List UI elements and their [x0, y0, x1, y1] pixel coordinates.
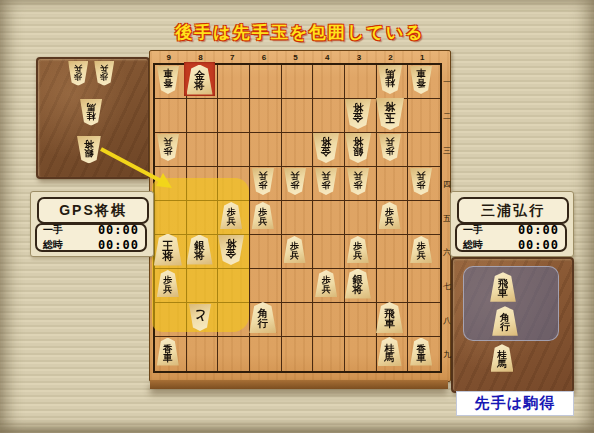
file-label: 1	[406, 52, 438, 63]
board-cell	[282, 65, 314, 99]
commentary-title: 後手は先手玉を包囲している	[140, 21, 460, 44]
rank-label: 七	[442, 269, 452, 303]
board-cell	[218, 133, 250, 167]
board-cell	[408, 133, 440, 167]
board-cell	[313, 65, 345, 99]
board-cell	[313, 201, 345, 235]
board-cell	[250, 337, 282, 371]
board-cell	[282, 99, 314, 133]
board-cell	[377, 269, 409, 303]
board-cell	[345, 337, 377, 371]
board-cell	[345, 201, 377, 235]
player-panel-left: GPS将棋 一手 00:00 総時 00:00	[30, 191, 154, 257]
board-cell	[408, 201, 440, 235]
clock-row: 総時 00:00	[463, 238, 559, 252]
rank-label: 八	[442, 303, 452, 337]
move-time-label: 一手	[43, 223, 63, 237]
move-time-value: 00:00	[518, 223, 559, 237]
file-label: 6	[248, 52, 280, 63]
board-cell	[313, 235, 345, 269]
board-cell	[282, 201, 314, 235]
player-name-right: 三浦弘行	[457, 197, 569, 224]
move-time-label: 一手	[463, 223, 483, 237]
player-panel-right: 三浦弘行 一手 00:00 総時 00:00	[450, 191, 574, 257]
board-cell	[250, 269, 282, 303]
board-cell	[313, 99, 345, 133]
board-cell	[313, 303, 345, 337]
board-cell	[408, 303, 440, 337]
clock-left: 一手 00:00 総時 00:00	[35, 223, 147, 252]
board-cell	[155, 99, 187, 133]
rank-label: 三	[442, 133, 452, 167]
board-cell	[187, 133, 219, 167]
file-label: 3	[343, 52, 375, 63]
file-label: 7	[216, 52, 248, 63]
board-cell	[250, 65, 282, 99]
board-cell	[408, 269, 440, 303]
total-time-value: 00:00	[98, 238, 139, 252]
board-front-edge	[150, 380, 448, 389]
material-note: 先手は駒得	[456, 391, 574, 416]
board-cell	[377, 235, 409, 269]
board-cell	[377, 167, 409, 201]
file-label: 4	[311, 52, 343, 63]
board-cell	[187, 337, 219, 371]
board-cell	[345, 65, 377, 99]
board-cell	[282, 269, 314, 303]
board-cell	[408, 99, 440, 133]
broadcast-screen: 後手は先手玉を包囲している 987654321 一二三四五六七八九 香車金将桂馬…	[0, 0, 594, 433]
file-label: 5	[280, 52, 312, 63]
clock-row: 一手 00:00	[463, 223, 559, 237]
file-label: 2	[375, 52, 407, 63]
total-time-value: 00:00	[518, 238, 559, 252]
total-time-label: 総時	[463, 238, 483, 252]
file-label: 9	[153, 52, 185, 63]
board-cell	[345, 303, 377, 337]
rank-label: 一	[442, 65, 452, 99]
board-cell	[282, 337, 314, 371]
move-time-value: 00:00	[98, 223, 139, 237]
board-cell	[250, 235, 282, 269]
board-cell	[218, 99, 250, 133]
board-cell	[282, 303, 314, 337]
clock-row: 総時 00:00	[43, 238, 139, 252]
board-cell	[250, 133, 282, 167]
clock-row: 一手 00:00	[43, 223, 139, 237]
rank-label: 二	[442, 99, 452, 133]
board-cell	[313, 337, 345, 371]
total-time-label: 総時	[43, 238, 63, 252]
rank-label: 九	[442, 337, 452, 371]
board-cell	[187, 99, 219, 133]
clock-right: 一手 00:00 総時 00:00	[455, 223, 567, 252]
board-cell	[218, 337, 250, 371]
board-cell	[250, 99, 282, 133]
board-cell	[218, 65, 250, 99]
board-cell	[282, 133, 314, 167]
player-name-left: GPS将棋	[37, 197, 149, 224]
